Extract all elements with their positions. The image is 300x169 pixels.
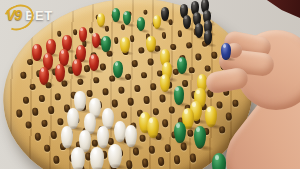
peg-yellow[interactable] (146, 36, 155, 52)
peg-white[interactable] (97, 126, 110, 148)
board-hole (182, 80, 188, 87)
board-hole (189, 154, 196, 163)
board-hole (72, 29, 77, 35)
peg-green[interactable] (101, 36, 110, 52)
board-hole (34, 133, 41, 141)
peg-blue[interactable] (221, 43, 230, 59)
peg-yellow[interactable] (147, 117, 159, 138)
peg-red[interactable] (79, 27, 88, 42)
board-hole (143, 9, 148, 15)
peg-white[interactable] (71, 147, 84, 169)
board-hole (159, 95, 165, 103)
board-hole (129, 35, 135, 42)
board-hole (113, 37, 119, 44)
board-hole (20, 72, 26, 79)
peg-red[interactable] (55, 64, 65, 82)
board-hole (86, 90, 92, 97)
peg-red[interactable] (92, 33, 101, 49)
peg-white[interactable] (108, 144, 121, 167)
peg-green[interactable] (174, 86, 185, 105)
peg-black[interactable] (183, 15, 191, 29)
board-hole (139, 134, 146, 142)
peg-white[interactable] (125, 125, 137, 147)
board-hole (195, 53, 201, 60)
board-hole (121, 111, 128, 119)
board-hole (170, 44, 176, 51)
peg-yellow[interactable] (153, 15, 161, 29)
board-hole (141, 72, 147, 79)
peg-green[interactable] (123, 11, 131, 25)
peg-white[interactable] (90, 147, 103, 169)
peg-yellow[interactable] (160, 74, 171, 92)
board-hole (93, 77, 99, 84)
board-hole (211, 52, 217, 59)
board-hole (148, 58, 154, 65)
peg-black[interactable] (195, 23, 204, 38)
board-hole (16, 110, 22, 118)
board-hole (205, 65, 211, 72)
board-hole (143, 96, 149, 104)
board-hole (157, 157, 164, 166)
peg-green[interactable] (113, 61, 123, 79)
board-hole (27, 59, 33, 66)
board-hole (39, 95, 45, 102)
board-hole (148, 146, 155, 155)
peg-red[interactable] (39, 67, 49, 85)
peg-green[interactable] (177, 57, 187, 74)
peg-black[interactable] (161, 7, 169, 21)
board-hole (30, 83, 36, 90)
board-hole (112, 100, 118, 108)
board-hole (164, 144, 171, 153)
board-hole (169, 106, 176, 114)
peg-yellow[interactable] (120, 37, 129, 53)
board-hole (50, 131, 57, 139)
board-hole (186, 42, 192, 49)
peg-red[interactable] (89, 54, 99, 71)
background-object (254, 0, 300, 18)
board-hole (161, 32, 167, 39)
board-hole (25, 121, 32, 129)
board-hole (173, 155, 180, 164)
photo-frame: V9 BET (0, 0, 300, 169)
board-hole (102, 88, 108, 95)
peg-green[interactable] (174, 122, 186, 144)
board-hole (150, 83, 156, 90)
board-hole (55, 93, 61, 100)
board-hole (41, 119, 48, 127)
board-hole (23, 96, 29, 103)
board-hole (127, 98, 133, 106)
v9bet-logo: V9 BET (6, 7, 53, 23)
peg-yellow[interactable] (205, 106, 217, 127)
board-hole (48, 106, 54, 114)
peg-green[interactable] (137, 17, 145, 32)
peg-black[interactable] (204, 30, 213, 45)
board-hole (57, 31, 62, 37)
board-hole (44, 144, 51, 152)
logo-swirl-icon (0, 0, 38, 35)
board-hole (32, 108, 38, 116)
board-hole (142, 159, 149, 168)
peg-green[interactable] (112, 8, 120, 22)
board-hole (177, 30, 183, 37)
peg-white[interactable] (61, 126, 74, 148)
board-hole (77, 78, 83, 85)
peg-red[interactable] (32, 44, 41, 60)
board-hole (162, 119, 169, 127)
board-hole (57, 118, 64, 126)
board-hole (132, 60, 138, 67)
peg-red[interactable] (72, 59, 82, 76)
board-hole (118, 86, 124, 93)
board-hole (134, 85, 140, 92)
peg-yellow[interactable] (97, 13, 105, 27)
board-hole (139, 47, 145, 54)
board-hole (53, 156, 60, 165)
peg-green[interactable] (212, 153, 226, 169)
peg-white[interactable] (74, 91, 85, 111)
board-hole (153, 108, 160, 116)
peg-green[interactable] (194, 126, 207, 148)
